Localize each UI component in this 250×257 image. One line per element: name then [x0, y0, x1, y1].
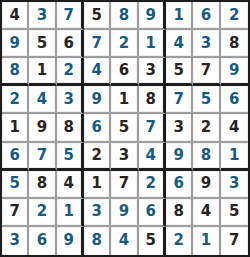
cell-r8c4[interactable]: 3: [84, 199, 111, 227]
cell-r7c8[interactable]: 9: [193, 171, 220, 199]
cell-r1c9[interactable]: 2: [221, 2, 248, 30]
cell-r9c7[interactable]: 2: [166, 227, 193, 255]
cell-r9c4[interactable]: 8: [84, 227, 111, 255]
cell-r2c7[interactable]: 4: [166, 30, 193, 58]
cell-r1c2[interactable]: 3: [29, 2, 56, 30]
cell-r5c4[interactable]: 6: [84, 114, 111, 142]
sudoku-board: 4375891629567214388124635792439187561986…: [0, 0, 250, 257]
cell-r7c4[interactable]: 1: [84, 171, 111, 199]
cell-r9c9[interactable]: 7: [221, 227, 248, 255]
cell-r5c5[interactable]: 5: [111, 114, 138, 142]
cell-r7c5[interactable]: 7: [111, 171, 138, 199]
cell-r1c5[interactable]: 8: [111, 2, 138, 30]
cell-r6c2[interactable]: 7: [29, 143, 56, 171]
cell-r7c2[interactable]: 8: [29, 171, 56, 199]
cell-r1c6[interactable]: 9: [139, 2, 166, 30]
cell-r2c6[interactable]: 1: [139, 30, 166, 58]
cell-r9c1[interactable]: 3: [2, 227, 29, 255]
cell-r2c4[interactable]: 7: [84, 30, 111, 58]
cell-r5c6[interactable]: 7: [139, 114, 166, 142]
cell-r4c8[interactable]: 5: [193, 86, 220, 114]
cell-r1c8[interactable]: 6: [193, 2, 220, 30]
cell-r2c2[interactable]: 5: [29, 30, 56, 58]
cell-r4c9[interactable]: 6: [221, 86, 248, 114]
cell-r2c1[interactable]: 9: [2, 30, 29, 58]
cell-r7c7[interactable]: 6: [166, 171, 193, 199]
cell-r6c5[interactable]: 3: [111, 143, 138, 171]
cell-r6c6[interactable]: 4: [139, 143, 166, 171]
cell-r7c9[interactable]: 3: [221, 171, 248, 199]
cell-r8c9[interactable]: 5: [221, 199, 248, 227]
cell-r2c3[interactable]: 6: [57, 30, 84, 58]
cell-r5c1[interactable]: 1: [2, 114, 29, 142]
cell-r9c8[interactable]: 1: [193, 227, 220, 255]
cell-r6c3[interactable]: 5: [57, 143, 84, 171]
cell-r8c7[interactable]: 8: [166, 199, 193, 227]
cell-r4c1[interactable]: 2: [2, 86, 29, 114]
cell-r5c3[interactable]: 8: [57, 114, 84, 142]
cell-r1c7[interactable]: 1: [166, 2, 193, 30]
cell-r5c2[interactable]: 9: [29, 114, 56, 142]
cell-r3c2[interactable]: 1: [29, 58, 56, 86]
cell-r3c4[interactable]: 4: [84, 58, 111, 86]
cell-r7c1[interactable]: 5: [2, 171, 29, 199]
cell-r4c6[interactable]: 8: [139, 86, 166, 114]
cell-r8c1[interactable]: 7: [2, 199, 29, 227]
cell-r3c5[interactable]: 6: [111, 58, 138, 86]
cell-r1c3[interactable]: 7: [57, 2, 84, 30]
cell-r6c4[interactable]: 2: [84, 143, 111, 171]
cell-r5c7[interactable]: 3: [166, 114, 193, 142]
cell-r3c1[interactable]: 8: [2, 58, 29, 86]
cell-r9c2[interactable]: 6: [29, 227, 56, 255]
cell-r4c3[interactable]: 3: [57, 86, 84, 114]
cell-r2c9[interactable]: 8: [221, 30, 248, 58]
cell-r8c3[interactable]: 1: [57, 199, 84, 227]
cell-r1c1[interactable]: 4: [2, 2, 29, 30]
cell-r7c3[interactable]: 4: [57, 171, 84, 199]
cell-r3c3[interactable]: 2: [57, 58, 84, 86]
cell-r8c2[interactable]: 2: [29, 199, 56, 227]
cell-r4c2[interactable]: 4: [29, 86, 56, 114]
cell-r3c9[interactable]: 9: [221, 58, 248, 86]
cell-r3c7[interactable]: 5: [166, 58, 193, 86]
cell-r6c8[interactable]: 8: [193, 143, 220, 171]
cell-r8c5[interactable]: 9: [111, 199, 138, 227]
cell-r6c7[interactable]: 9: [166, 143, 193, 171]
cell-r6c9[interactable]: 1: [221, 143, 248, 171]
cell-r2c5[interactable]: 2: [111, 30, 138, 58]
cell-r6c1[interactable]: 6: [2, 143, 29, 171]
cell-r5c9[interactable]: 4: [221, 114, 248, 142]
cell-r3c8[interactable]: 7: [193, 58, 220, 86]
cell-r2c8[interactable]: 3: [193, 30, 220, 58]
cell-r1c4[interactable]: 5: [84, 2, 111, 30]
cell-r4c7[interactable]: 7: [166, 86, 193, 114]
cell-r3c6[interactable]: 3: [139, 58, 166, 86]
cell-r8c8[interactable]: 4: [193, 199, 220, 227]
cell-r5c8[interactable]: 2: [193, 114, 220, 142]
cell-r9c6[interactable]: 5: [139, 227, 166, 255]
cell-r7c6[interactable]: 2: [139, 171, 166, 199]
cell-r4c4[interactable]: 9: [84, 86, 111, 114]
cell-r9c3[interactable]: 9: [57, 227, 84, 255]
cell-r8c6[interactable]: 6: [139, 199, 166, 227]
cell-r4c5[interactable]: 1: [111, 86, 138, 114]
cell-r9c5[interactable]: 4: [111, 227, 138, 255]
